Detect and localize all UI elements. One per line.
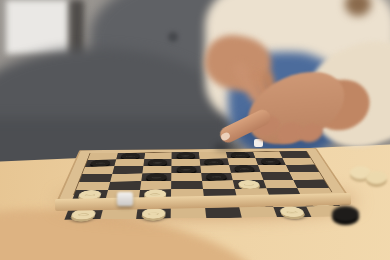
white-checker[interactable]: ⛀	[238, 180, 261, 189]
square-d1[interactable]	[171, 208, 206, 219]
square-c4[interactable]	[140, 181, 172, 190]
square-e1[interactable]	[205, 207, 241, 218]
white-checker[interactable]: ⛀	[278, 207, 305, 218]
square-h4[interactable]	[293, 179, 328, 188]
square-e4[interactable]	[202, 180, 235, 189]
white-checker[interactable]: ⛀	[141, 208, 165, 219]
square-g1[interactable]: ⛀	[273, 206, 312, 217]
black-checker[interactable]: ⛂	[146, 173, 167, 181]
square-c1[interactable]: ⛀	[136, 208, 172, 219]
captured-white-piece[interactable]	[366, 171, 387, 184]
window-light	[6, 0, 68, 54]
square-d4[interactable]	[171, 181, 203, 190]
silver-die[interactable]	[117, 192, 133, 206]
square-f4[interactable]: ⛀	[233, 180, 266, 189]
square-g4[interactable]	[263, 180, 297, 189]
black-checker[interactable]: ⛂	[206, 173, 228, 181]
board-grid: ⛂⛂⛂⛂⛂⛂⛂⛂⛂⛂⛂⛀⛀⛀⛀⛀⛀⛀⛀⛀⛀	[73, 151, 333, 195]
captured-black-piece[interactable]	[332, 206, 359, 222]
square-f1[interactable]	[239, 207, 277, 218]
photo-scene: ⛂⛂⛂⛂⛂⛂⛂⛂⛂⛂⛂⛀⛀⛀⛀⛀⛀⛀⛀⛀⛀	[0, 0, 390, 260]
finger-shadow	[214, 143, 242, 152]
checkers-board[interactable]: ⛂⛂⛂⛂⛂⛂⛂⛂⛂⛂⛂⛀⛀⛀⛀⛀⛀⛀⛀⛀⛀	[57, 148, 349, 200]
square-a4[interactable]	[76, 182, 110, 191]
square-b4[interactable]	[108, 181, 141, 190]
sofa-tuft-button	[168, 32, 178, 42]
